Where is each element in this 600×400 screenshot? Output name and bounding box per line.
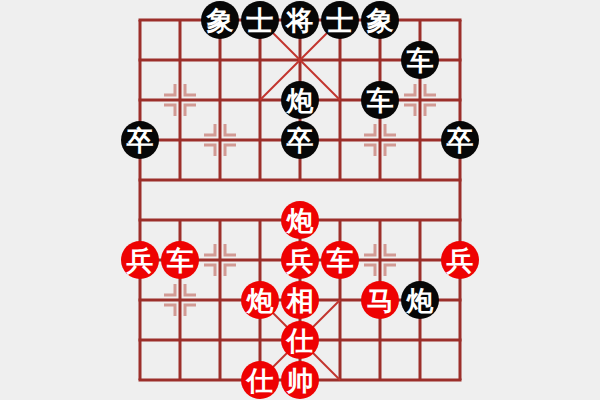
xiangqi-app-background: 象士将士象车炮车卒卒卒炮兵车兵车兵炮相马炮仕仕帅: [0, 0, 600, 400]
piece-black-elephant[interactable]: 象: [201, 1, 239, 39]
piece-red-advisor[interactable]: 仕: [281, 321, 319, 359]
piece-red-chariot[interactable]: 车: [321, 241, 359, 279]
piece-black-advisor[interactable]: 士: [321, 1, 359, 39]
piece-black-chariot[interactable]: 车: [401, 41, 439, 79]
piece-black-chariot[interactable]: 车: [361, 81, 399, 119]
xiangqi-board[interactable]: 象士将士象车炮车卒卒卒炮兵车兵车兵炮相马炮仕仕帅: [120, 0, 480, 400]
piece-black-cannon[interactable]: 炮: [401, 281, 439, 319]
piece-red-advisor[interactable]: 仕: [241, 361, 279, 399]
piece-black-advisor[interactable]: 士: [241, 1, 279, 39]
piece-black-soldier[interactable]: 卒: [281, 121, 319, 159]
piece-red-chariot[interactable]: 车: [161, 241, 199, 279]
piece-red-cannon[interactable]: 炮: [281, 201, 319, 239]
piece-black-soldier[interactable]: 卒: [441, 121, 479, 159]
piece-red-elephant[interactable]: 相: [281, 281, 319, 319]
piece-red-general[interactable]: 帅: [281, 361, 319, 399]
piece-red-cannon[interactable]: 炮: [241, 281, 279, 319]
piece-black-elephant[interactable]: 象: [361, 1, 399, 39]
piece-red-soldier[interactable]: 兵: [121, 241, 159, 279]
piece-red-soldier[interactable]: 兵: [281, 241, 319, 279]
piece-black-soldier[interactable]: 卒: [121, 121, 159, 159]
piece-black-cannon[interactable]: 炮: [281, 81, 319, 119]
piece-red-horse[interactable]: 马: [361, 281, 399, 319]
piece-black-general[interactable]: 将: [281, 1, 319, 39]
piece-red-soldier[interactable]: 兵: [441, 241, 479, 279]
